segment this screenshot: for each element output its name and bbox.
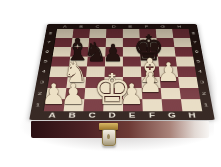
piece-white-pawn[interactable]: ♟ xyxy=(119,81,144,109)
piece-white-pawn[interactable]: ♟ xyxy=(61,81,86,109)
piece-black-pawn[interactable]: ♟ xyxy=(103,41,124,64)
piece-layer: ♝♞♟♚♞♝♟♟♟♟♚♟ xyxy=(0,0,221,167)
chess-set-photo: ABCDEFGH 87654321 87654321 ABCDEFGH ♝♞♟♚… xyxy=(0,0,221,167)
